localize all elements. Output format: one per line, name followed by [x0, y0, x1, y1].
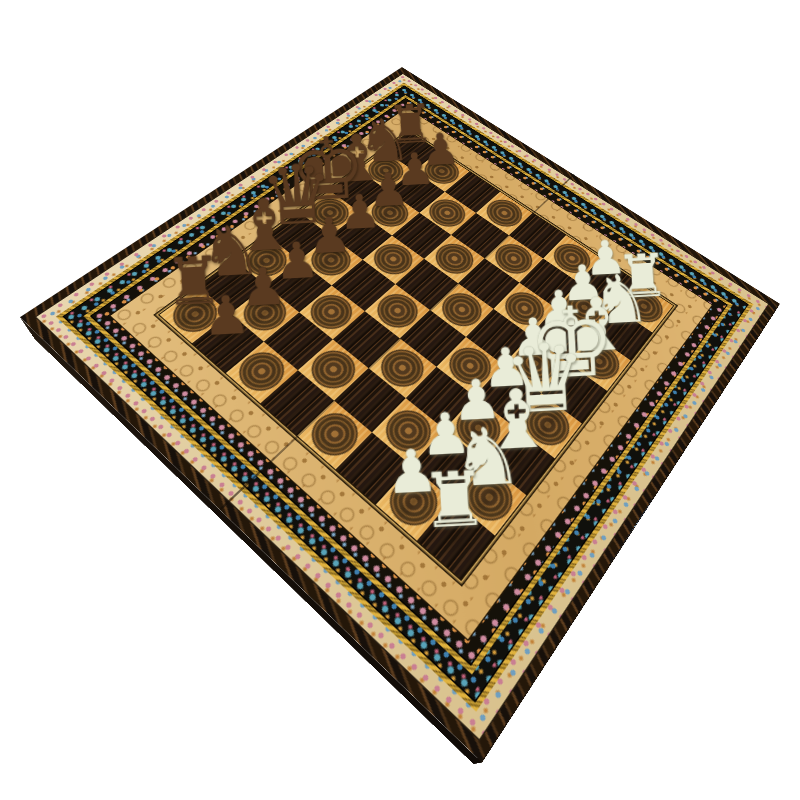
board-top-surface: ♜♞♝♛♚♝♞♜♟♟♟♟♟♟♟♟♟♟♟♟♟♟♟♟♜♞♝♛♚♝♞♜: [20, 67, 780, 763]
product-photo-scene: ♜♞♝♛♚♝♞♜♟♟♟♟♟♟♟♟♟♟♟♟♟♟♟♟♜♞♝♛♚♝♞♜: [0, 0, 800, 800]
chess-box: ♜♞♝♛♚♝♞♜♟♟♟♟♟♟♟♟♟♟♟♟♟♟♟♟♜♞♝♛♚♝♞♜: [146, 26, 714, 594]
